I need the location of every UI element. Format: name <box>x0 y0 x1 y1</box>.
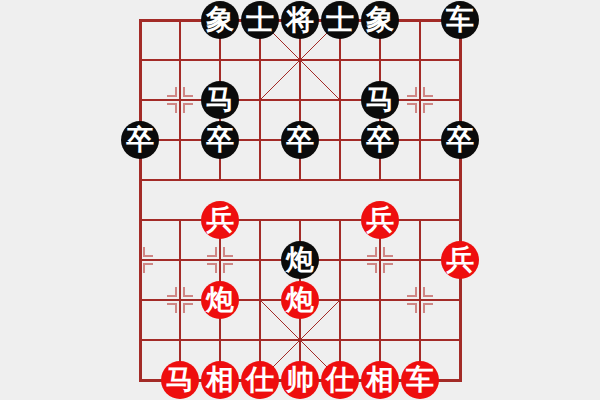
board-grid <box>0 0 600 400</box>
point-marker <box>184 87 193 96</box>
point-marker <box>167 104 176 113</box>
point-marker <box>367 247 376 256</box>
piece-black-soldier[interactable]: 卒 <box>361 121 399 159</box>
piece-red-advisor[interactable]: 仕 <box>241 361 279 399</box>
piece-black-soldier[interactable]: 卒 <box>281 121 319 159</box>
point-marker <box>224 264 233 273</box>
point-marker <box>144 264 153 273</box>
point-marker <box>184 304 193 313</box>
piece-black-general[interactable]: 将 <box>281 1 319 39</box>
point-marker <box>407 287 416 296</box>
point-marker <box>184 287 193 296</box>
point-marker <box>224 247 233 256</box>
point-marker <box>184 104 193 113</box>
point-marker <box>384 247 393 256</box>
piece-red-advisor[interactable]: 仕 <box>321 361 359 399</box>
piece-black-horse[interactable]: 马 <box>201 81 239 119</box>
piece-red-general[interactable]: 帅 <box>281 361 319 399</box>
piece-black-advisor[interactable]: 士 <box>321 1 359 39</box>
point-marker <box>144 247 153 256</box>
point-marker <box>167 304 176 313</box>
piece-red-elephant[interactable]: 相 <box>201 361 239 399</box>
piece-black-advisor[interactable]: 士 <box>241 1 279 39</box>
point-marker <box>167 87 176 96</box>
piece-black-soldier[interactable]: 卒 <box>121 121 159 159</box>
piece-black-soldier[interactable]: 卒 <box>201 121 239 159</box>
piece-red-soldier[interactable]: 兵 <box>201 201 239 239</box>
piece-black-elephant[interactable]: 象 <box>201 1 239 39</box>
point-marker <box>167 287 176 296</box>
xiangqi-board[interactable]: 象士将士象车马马卒卒卒卒卒炮兵兵兵炮炮马相仕帅仕相车 <box>0 0 600 400</box>
point-marker <box>407 104 416 113</box>
point-marker <box>424 87 433 96</box>
point-marker <box>424 104 433 113</box>
point-marker <box>407 304 416 313</box>
point-marker <box>424 304 433 313</box>
point-marker <box>407 87 416 96</box>
point-marker <box>384 264 393 273</box>
point-marker <box>424 287 433 296</box>
piece-black-cannon[interactable]: 炮 <box>281 241 319 279</box>
piece-red-cannon[interactable]: 炮 <box>201 281 239 319</box>
piece-red-cannon[interactable]: 炮 <box>281 281 319 319</box>
piece-red-elephant[interactable]: 相 <box>361 361 399 399</box>
piece-black-horse[interactable]: 马 <box>361 81 399 119</box>
piece-black-elephant[interactable]: 象 <box>361 1 399 39</box>
piece-red-chariot[interactable]: 车 <box>401 361 439 399</box>
piece-black-chariot[interactable]: 车 <box>441 1 479 39</box>
point-marker <box>207 247 216 256</box>
piece-red-horse[interactable]: 马 <box>161 361 199 399</box>
point-marker <box>367 264 376 273</box>
piece-red-soldier[interactable]: 兵 <box>361 201 399 239</box>
piece-black-soldier[interactable]: 卒 <box>441 121 479 159</box>
point-marker <box>207 264 216 273</box>
piece-red-soldier[interactable]: 兵 <box>441 241 479 279</box>
